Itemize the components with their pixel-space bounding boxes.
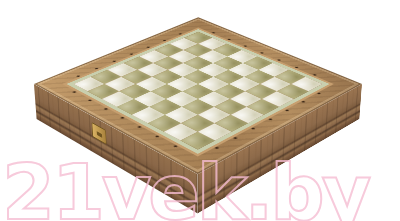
white-rook: ♜ [175, 99, 222, 143]
square-a1: ♜ [181, 132, 216, 150]
square-a7: ♟ [88, 84, 120, 99]
brass-latch-icon [92, 122, 107, 145]
green-pawn: ♟ [83, 53, 126, 94]
chess-box: ♜♞♝♛♚♝♞♜♟♟♟♟♟♟♟♟♟♟♟♟♟♟♟♟♜♞♝♛♚♝♞♜ [34, 17, 362, 174]
box-top: ♜♞♝♛♚♝♞♜♟♟♟♟♟♟♟♟♟♟♟♟♟♟♟♟♜♞♝♛♚♝♞♜ [34, 17, 362, 174]
product-photo: ♜♞♝♛♚♝♞♜♟♟♟♟♟♟♟♟♟♟♟♟♟♟♟♟♜♞♝♛♚♝♞♜ 21vek.b… [0, 0, 400, 221]
